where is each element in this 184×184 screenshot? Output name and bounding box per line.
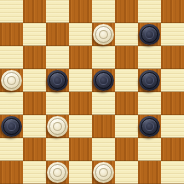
square-r0c4 [92,0,115,23]
square-r7c1 [23,161,46,184]
square-r5c5 [115,115,138,138]
square-r2c1[interactable] [23,46,46,69]
square-r2c2 [46,46,69,69]
square-r3c2[interactable] [46,69,69,92]
piece-inner-ring [145,122,154,131]
square-r3c5 [115,69,138,92]
square-r1c2[interactable] [46,23,69,46]
square-r3c7 [161,69,184,92]
square-r6c3[interactable] [69,138,92,161]
square-r3c3 [69,69,92,92]
square-r3c0[interactable] [0,69,23,92]
square-r1c0[interactable] [0,23,23,46]
square-r4c2 [46,92,69,115]
piece-inner-ring [53,76,62,85]
square-r7c5 [115,161,138,184]
square-r5c3 [69,115,92,138]
square-r3c6[interactable] [138,69,161,92]
square-r0c1[interactable] [23,0,46,23]
square-r1c3 [69,23,92,46]
square-r2c5[interactable] [115,46,138,69]
square-r7c0[interactable] [0,161,23,184]
square-r6c5[interactable] [115,138,138,161]
white-man-piece[interactable] [93,162,114,183]
checkers-board [0,0,184,184]
square-r1c5 [115,23,138,46]
square-r3c4[interactable] [92,69,115,92]
black-man-piece[interactable] [1,116,22,137]
square-r5c7 [161,115,184,138]
piece-inner-ring [145,76,154,85]
square-r4c5[interactable] [115,92,138,115]
square-r6c6 [138,138,161,161]
square-r6c0 [0,138,23,161]
square-r7c4[interactable] [92,161,115,184]
square-r1c6[interactable] [138,23,161,46]
piece-inner-ring [53,122,62,131]
square-r3c1 [23,69,46,92]
piece-inner-ring [53,168,62,177]
square-r6c2 [46,138,69,161]
square-r1c1 [23,23,46,46]
square-r7c7 [161,161,184,184]
white-man-piece[interactable] [47,162,68,183]
white-man-piece[interactable] [1,70,22,91]
square-r4c7[interactable] [161,92,184,115]
square-r4c6 [138,92,161,115]
piece-inner-ring [7,122,16,131]
square-r5c6[interactable] [138,115,161,138]
piece-inner-ring [99,168,108,177]
square-r5c2[interactable] [46,115,69,138]
square-r4c1[interactable] [23,92,46,115]
square-r5c1 [23,115,46,138]
black-man-piece[interactable] [93,70,114,91]
square-r0c2 [46,0,69,23]
square-r7c3 [69,161,92,184]
black-man-piece[interactable] [139,70,160,91]
square-r2c0 [0,46,23,69]
square-r5c4[interactable] [92,115,115,138]
square-r6c1[interactable] [23,138,46,161]
square-r7c2[interactable] [46,161,69,184]
square-r0c0 [0,0,23,23]
square-r4c4 [92,92,115,115]
square-r1c4[interactable] [92,23,115,46]
square-r5c0[interactable] [0,115,23,138]
square-r4c0 [0,92,23,115]
square-r1c7 [161,23,184,46]
white-man-piece[interactable] [93,24,114,45]
square-r2c7[interactable] [161,46,184,69]
black-man-piece[interactable] [47,70,68,91]
square-r4c3[interactable] [69,92,92,115]
square-r7c6[interactable] [138,161,161,184]
square-r6c4 [92,138,115,161]
square-r0c7[interactable] [161,0,184,23]
black-man-piece[interactable] [139,116,160,137]
square-r0c5[interactable] [115,0,138,23]
square-r0c3[interactable] [69,0,92,23]
square-r2c3[interactable] [69,46,92,69]
piece-inner-ring [7,76,16,85]
piece-inner-ring [145,30,154,39]
white-man-piece[interactable] [47,116,68,137]
square-r0c6 [138,0,161,23]
piece-inner-ring [99,30,108,39]
black-man-piece[interactable] [139,24,160,45]
square-r2c6 [138,46,161,69]
piece-inner-ring [99,76,108,85]
square-r6c7[interactable] [161,138,184,161]
square-r2c4 [92,46,115,69]
